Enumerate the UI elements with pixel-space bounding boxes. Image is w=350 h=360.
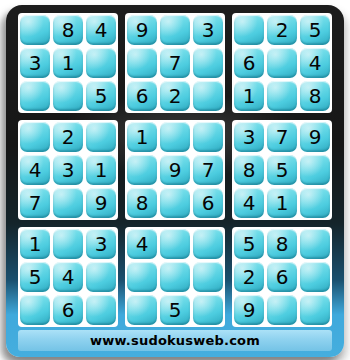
cell-r2c3[interactable] — [86, 48, 116, 78]
cell-r7c2[interactable] — [53, 229, 83, 259]
cell-r2c1[interactable]: 3 — [20, 48, 50, 78]
cell-r6c4[interactable]: 8 — [127, 188, 157, 218]
cell-r9c2[interactable]: 6 — [53, 295, 83, 325]
cell-r5c9[interactable] — [300, 155, 330, 185]
cell-r7c3[interactable]: 3 — [86, 229, 116, 259]
cell-r1c3[interactable]: 4 — [86, 15, 116, 45]
cell-r9c1[interactable] — [20, 295, 50, 325]
cell-r3c5[interactable]: 2 — [160, 81, 190, 111]
cell-r3c6[interactable] — [193, 81, 223, 111]
cell-r1c7[interactable] — [234, 15, 264, 45]
cell-r7c8[interactable]: 8 — [267, 229, 297, 259]
cell-r4c7[interactable]: 3 — [234, 122, 264, 152]
box-2-3: 3798541 — [232, 120, 332, 220]
cell-r9c5[interactable]: 5 — [160, 295, 190, 325]
cell-r1c8[interactable]: 2 — [267, 15, 297, 45]
cell-r5c5[interactable]: 9 — [160, 155, 190, 185]
cell-r9c8[interactable] — [267, 295, 297, 325]
cell-r3c7[interactable]: 1 — [234, 81, 264, 111]
cell-r5c2[interactable]: 3 — [53, 155, 83, 185]
footer-bar: www.sudokusweb.com — [18, 330, 332, 351]
box-1-1: 84315 — [18, 13, 118, 113]
cell-r8c4[interactable] — [127, 262, 157, 292]
cell-r4c5[interactable] — [160, 122, 190, 152]
cell-r6c5[interactable] — [160, 188, 190, 218]
cell-r6c9[interactable] — [300, 188, 330, 218]
cell-r1c1[interactable] — [20, 15, 50, 45]
sudoku-board: 8431593762256418243179197863798541135464… — [6, 5, 344, 357]
cell-r2c5[interactable]: 7 — [160, 48, 190, 78]
cell-r8c9[interactable] — [300, 262, 330, 292]
cell-r5c3[interactable]: 1 — [86, 155, 116, 185]
cell-r8c5[interactable] — [160, 262, 190, 292]
cell-r8c7[interactable]: 2 — [234, 262, 264, 292]
cell-r8c6[interactable] — [193, 262, 223, 292]
cell-r8c1[interactable]: 5 — [20, 262, 50, 292]
cell-r3c1[interactable] — [20, 81, 50, 111]
cell-r3c4[interactable]: 6 — [127, 81, 157, 111]
cell-r2c6[interactable] — [193, 48, 223, 78]
cell-r9c9[interactable] — [300, 295, 330, 325]
cell-r4c2[interactable]: 2 — [53, 122, 83, 152]
cell-r2c7[interactable]: 6 — [234, 48, 264, 78]
cell-r4c8[interactable]: 7 — [267, 122, 297, 152]
box-1-2: 93762 — [125, 13, 225, 113]
cell-r7c4[interactable]: 4 — [127, 229, 157, 259]
cell-r6c3[interactable]: 9 — [86, 188, 116, 218]
cell-r5c6[interactable]: 7 — [193, 155, 223, 185]
box-2-2: 19786 — [125, 120, 225, 220]
cell-r7c6[interactable] — [193, 229, 223, 259]
cell-r6c7[interactable]: 4 — [234, 188, 264, 218]
cell-r4c1[interactable] — [20, 122, 50, 152]
cell-r5c4[interactable] — [127, 155, 157, 185]
cell-r6c8[interactable]: 1 — [267, 188, 297, 218]
box-3-3: 58269 — [232, 227, 332, 327]
cell-r2c2[interactable]: 1 — [53, 48, 83, 78]
cell-r6c6[interactable]: 6 — [193, 188, 223, 218]
site-url[interactable]: www.sudokusweb.com — [90, 333, 260, 348]
cell-r1c9[interactable]: 5 — [300, 15, 330, 45]
sudoku-grid: 8431593762256418243179197863798541135464… — [17, 13, 333, 327]
box-1-3: 256418 — [232, 13, 332, 113]
cell-r4c3[interactable] — [86, 122, 116, 152]
cell-r3c3[interactable]: 5 — [86, 81, 116, 111]
cell-r4c6[interactable] — [193, 122, 223, 152]
cell-r6c2[interactable] — [53, 188, 83, 218]
cell-r3c8[interactable] — [267, 81, 297, 111]
cell-r1c5[interactable] — [160, 15, 190, 45]
cell-r7c1[interactable]: 1 — [20, 229, 50, 259]
box-3-2: 45 — [125, 227, 225, 327]
cell-r2c4[interactable] — [127, 48, 157, 78]
cell-r9c3[interactable] — [86, 295, 116, 325]
cell-r3c9[interactable]: 8 — [300, 81, 330, 111]
cell-r9c7[interactable]: 9 — [234, 295, 264, 325]
cell-r5c1[interactable]: 4 — [20, 155, 50, 185]
cell-r5c8[interactable]: 5 — [267, 155, 297, 185]
box-2-1: 243179 — [18, 120, 118, 220]
cell-r4c9[interactable]: 9 — [300, 122, 330, 152]
cell-r4c4[interactable]: 1 — [127, 122, 157, 152]
cell-r7c5[interactable] — [160, 229, 190, 259]
box-3-1: 13546 — [18, 227, 118, 327]
cell-r3c2[interactable] — [53, 81, 83, 111]
cell-r1c6[interactable]: 3 — [193, 15, 223, 45]
cell-r8c3[interactable] — [86, 262, 116, 292]
cell-r7c9[interactable] — [300, 229, 330, 259]
cell-r8c8[interactable]: 6 — [267, 262, 297, 292]
cell-r7c7[interactable]: 5 — [234, 229, 264, 259]
cell-r2c9[interactable]: 4 — [300, 48, 330, 78]
cell-r5c7[interactable]: 8 — [234, 155, 264, 185]
cell-r6c1[interactable]: 7 — [20, 188, 50, 218]
cell-r9c6[interactable] — [193, 295, 223, 325]
cell-r9c4[interactable] — [127, 295, 157, 325]
cell-r1c2[interactable]: 8 — [53, 15, 83, 45]
cell-r1c4[interactable]: 9 — [127, 15, 157, 45]
cell-r8c2[interactable]: 4 — [53, 262, 83, 292]
cell-r2c8[interactable] — [267, 48, 297, 78]
